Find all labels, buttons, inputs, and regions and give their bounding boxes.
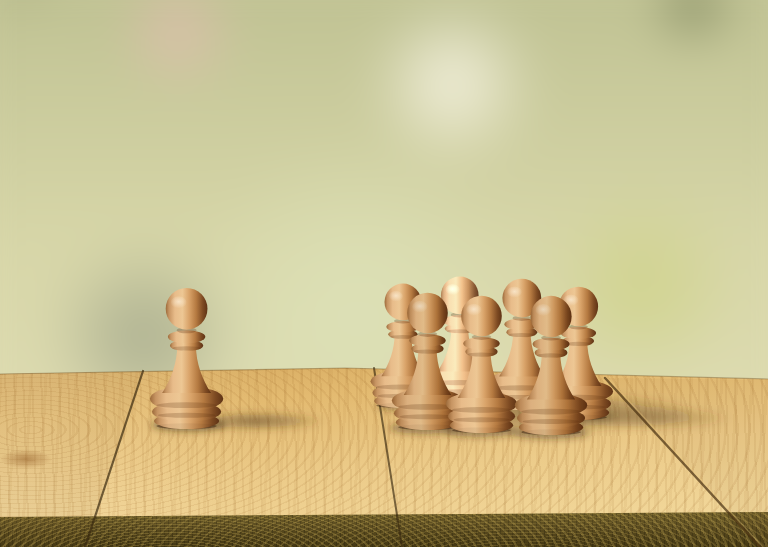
table-surface — [0, 366, 768, 518]
scene — [0, 0, 768, 547]
table-front-edge — [0, 511, 768, 547]
